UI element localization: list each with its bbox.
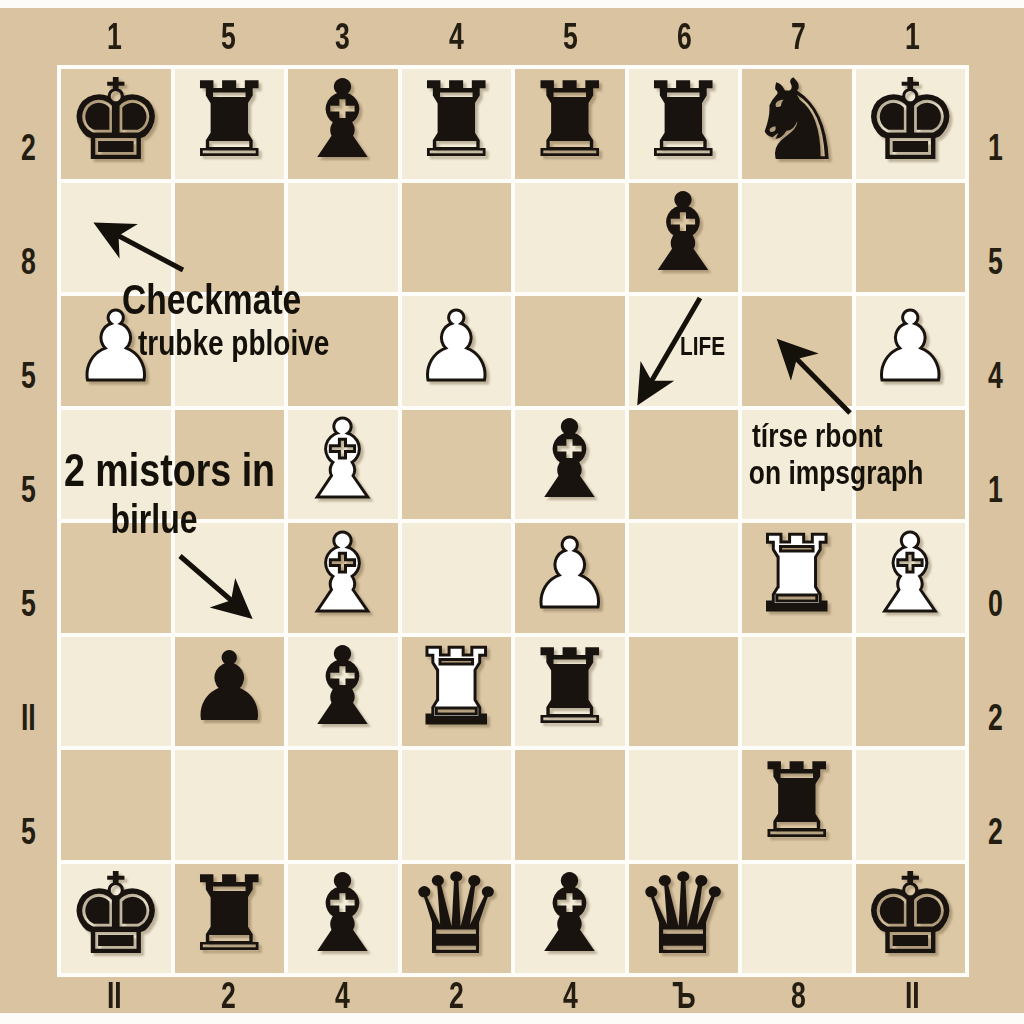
top-coordinate-6: 6 [627, 8, 741, 65]
piece-white-bishop: ♝ [862, 519, 959, 627]
square-r8c6: ♛ [629, 864, 739, 974]
piece-black-rook: ♜ [637, 68, 730, 172]
square-r1c2: ♜ [175, 69, 285, 179]
right-coordinate-6: 2 [967, 635, 1024, 749]
square-r4c4 [402, 410, 512, 520]
square-r3c4: ♟ [402, 296, 512, 406]
piece-black-rook: ♜ [183, 862, 276, 966]
top-coordinate-5: 5 [513, 8, 627, 65]
piece-black-king: ♚ [860, 63, 960, 175]
square-r8c7 [742, 864, 852, 974]
square-r7c2 [175, 750, 285, 860]
square-r6c7 [742, 637, 852, 747]
piece-black-rook: ♜ [183, 68, 276, 172]
square-r1c4: ♜ [402, 69, 512, 179]
left-coordinate-8 [0, 863, 57, 977]
bottom-coordinates: II2424Ъ8II [57, 975, 969, 1015]
piece-black-rook: ♜ [750, 749, 843, 853]
square-r1c7: ♞ [742, 69, 852, 179]
square-r7c4 [402, 750, 512, 860]
square-r8c1: ♚ [61, 864, 171, 974]
piece-white-rook: ♜ [750, 522, 843, 626]
square-r6c2: ♟ [175, 637, 285, 747]
piece-black-pawn: ♟ [186, 639, 272, 735]
right-coordinate-1: 1 [967, 65, 1024, 179]
piece-white-bishop: ♝ [294, 519, 391, 627]
piece-white-pawn: ♟ [527, 526, 613, 622]
square-r5c4 [402, 523, 512, 633]
square-r1c1: ♚ [61, 69, 171, 179]
piece-black-bishop: ♝ [521, 860, 618, 968]
annotation-tirse-line1: tírse rbont [752, 418, 923, 455]
right-coordinates: 1541022 [967, 65, 1024, 977]
piece-black-king: ♚ [66, 858, 166, 970]
piece-black-bishop: ♝ [635, 179, 732, 287]
square-r4c5: ♝ [515, 410, 625, 520]
square-r7c5 [515, 750, 625, 860]
square-r1c5: ♜ [515, 69, 625, 179]
bottom-coordinate-3: 4 [285, 975, 399, 1017]
square-r3c8: ♟ [856, 296, 966, 406]
right-coordinate-7: 2 [967, 749, 1024, 863]
square-r6c4: ♜ [402, 637, 512, 747]
annotation-mistors: 2 mistors in birlue [64, 444, 275, 541]
piece-black-bishop: ♝ [294, 65, 391, 173]
annotation-checkmate-line2: trubke pbloive [138, 323, 329, 362]
left-coordinate-1: 2 [0, 65, 57, 179]
piece-black-rook: ♜ [523, 635, 616, 739]
bottom-coordinate-2: 2 [171, 975, 285, 1017]
annotation-mistors-line2: birlue [110, 497, 275, 542]
annotation-tirse-line2: on impsgraph [749, 455, 924, 492]
top-coordinate-2: 5 [171, 8, 285, 65]
square-r6c5: ♜ [515, 637, 625, 747]
right-coordinate-2: 5 [967, 179, 1024, 293]
piece-black-knight: ♞ [747, 63, 847, 175]
bottom-coordinate-4: 2 [399, 975, 513, 1017]
square-r7c1 [61, 750, 171, 860]
right-coordinate-3: 4 [967, 293, 1024, 407]
square-r1c3: ♝ [288, 69, 398, 179]
annotation-mistors-line1: 2 mistors in [64, 444, 275, 497]
square-r5c5: ♟ [515, 523, 625, 633]
piece-black-bishop: ♝ [294, 860, 391, 968]
square-r7c7: ♜ [742, 750, 852, 860]
bottom-coordinate-8: II [855, 975, 969, 1017]
square-r7c3 [288, 750, 398, 860]
annotation-checkmate: Checkmate trubke pbloive [122, 276, 329, 362]
square-r2c8 [856, 183, 966, 293]
bottom-coordinate-7: 8 [741, 975, 855, 1017]
square-r2c7 [742, 183, 852, 293]
square-r2c4 [402, 183, 512, 293]
piece-white-pawn: ♟ [413, 299, 499, 395]
top-coordinate-4: 4 [399, 8, 513, 65]
piece-black-queen: ♛ [406, 858, 506, 970]
square-r5c6 [629, 523, 739, 633]
square-r5c7: ♜ [742, 523, 852, 633]
annotation-checkmate-line1: Checkmate [122, 276, 329, 323]
left-coordinate-2: 8 [0, 179, 57, 293]
left-coordinates: 28555II5 [0, 65, 57, 977]
square-r5c8: ♝ [856, 523, 966, 633]
piece-black-king: ♚ [860, 858, 960, 970]
piece-black-king: ♚ [66, 63, 166, 175]
square-r6c3: ♝ [288, 637, 398, 747]
annotation-life: LIFE [680, 332, 725, 361]
right-coordinate-8 [967, 863, 1024, 977]
square-r6c1 [61, 637, 171, 747]
square-r2c5 [515, 183, 625, 293]
square-r7c6 [629, 750, 739, 860]
chess-diagram: 15345671 II2424Ъ8II 28555II5 1541022 ♚♜♝… [0, 0, 1024, 1024]
square-r1c8: ♚ [856, 69, 966, 179]
piece-black-queen: ♛ [633, 858, 733, 970]
square-r4c3: ♝ [288, 410, 398, 520]
piece-black-bishop: ♝ [294, 633, 391, 741]
square-r3c5 [515, 296, 625, 406]
square-r8c2: ♜ [175, 864, 285, 974]
left-coordinate-6: II [0, 635, 57, 749]
left-coordinate-4: 5 [0, 407, 57, 521]
right-coordinate-5: 0 [967, 521, 1024, 635]
square-r3c7 [742, 296, 852, 406]
annotation-tirse: tírse rbont on impsgraph [752, 418, 923, 492]
piece-black-rook: ♜ [410, 68, 503, 172]
square-r6c6 [629, 637, 739, 747]
square-r8c5: ♝ [515, 864, 625, 974]
square-r6c8 [856, 637, 966, 747]
right-coordinate-4: 1 [967, 407, 1024, 521]
piece-white-bishop: ♝ [294, 406, 391, 514]
square-r5c3: ♝ [288, 523, 398, 633]
bottom-coordinate-6: Ъ [627, 975, 741, 1017]
piece-black-rook: ♜ [523, 68, 616, 172]
square-r7c8 [856, 750, 966, 860]
piece-white-rook: ♜ [410, 635, 503, 739]
square-r4c6 [629, 410, 739, 520]
left-coordinate-3: 5 [0, 293, 57, 407]
piece-white-pawn: ♟ [867, 299, 953, 395]
square-r8c3: ♝ [288, 864, 398, 974]
bottom-coordinate-1: II [57, 975, 171, 1017]
square-r8c4: ♛ [402, 864, 512, 974]
square-r8c8: ♚ [856, 864, 966, 974]
left-coordinate-5: 5 [0, 521, 57, 635]
piece-black-bishop: ♝ [521, 406, 618, 514]
square-r2c6: ♝ [629, 183, 739, 293]
left-coordinate-7: 5 [0, 749, 57, 863]
square-r1c6: ♜ [629, 69, 739, 179]
bottom-coordinate-5: 4 [513, 975, 627, 1017]
